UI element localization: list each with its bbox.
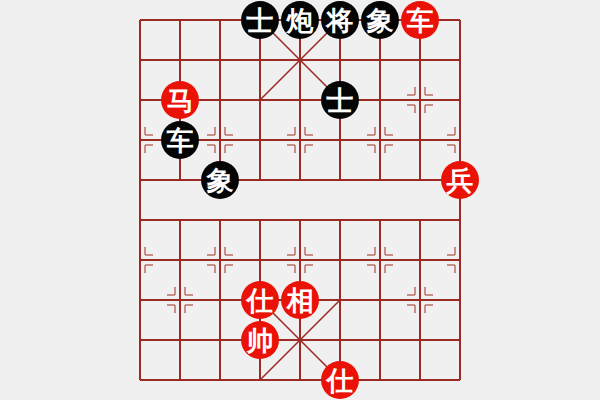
piece-red-elephant[interactable]: 相 bbox=[281, 281, 319, 319]
piece-red-advisor[interactable]: 仕 bbox=[321, 361, 359, 399]
piece-red-advisor[interactable]: 仕 bbox=[241, 281, 279, 319]
xiangqi-app: 士炮将象车马士车象兵仕相帅仕 bbox=[0, 0, 600, 400]
piece-black-chariot[interactable]: 车 bbox=[161, 121, 199, 159]
piece-black-advisor[interactable]: 士 bbox=[321, 81, 359, 119]
piece-black-elephant[interactable]: 象 bbox=[201, 161, 239, 199]
piece-red-chariot[interactable]: 车 bbox=[401, 1, 439, 39]
piece-red-general[interactable]: 帅 bbox=[241, 321, 279, 359]
piece-red-soldier[interactable]: 兵 bbox=[441, 161, 479, 199]
piece-black-advisor[interactable]: 士 bbox=[241, 1, 279, 39]
piece-layer: 士炮将象车马士车象兵仕相帅仕 bbox=[120, 0, 480, 400]
piece-red-horse[interactable]: 马 bbox=[161, 81, 199, 119]
piece-black-general[interactable]: 将 bbox=[321, 1, 359, 39]
piece-black-cannon[interactable]: 炮 bbox=[281, 1, 319, 39]
piece-black-elephant[interactable]: 象 bbox=[361, 1, 399, 39]
